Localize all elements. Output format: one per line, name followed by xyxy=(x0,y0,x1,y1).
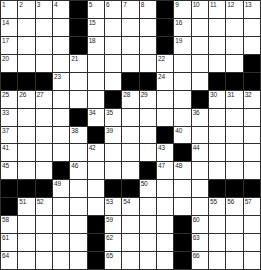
block-r15-c11 xyxy=(174,252,190,269)
cell-r12-c11[interactable] xyxy=(174,198,190,215)
cell-r13-c3[interactable] xyxy=(36,216,52,233)
cell-r15-c7[interactable]: 65 xyxy=(105,252,121,269)
clue-number: 22 xyxy=(158,55,165,63)
clue-number: 26 xyxy=(19,91,26,99)
cell-r2-c15[interactable] xyxy=(244,19,260,36)
clue-number: 4 xyxy=(54,1,57,9)
cell-r6-c15[interactable]: 32 xyxy=(244,91,260,108)
cell-r10-c15[interactable] xyxy=(244,162,260,179)
cell-r3-c6[interactable]: 18 xyxy=(88,37,104,54)
cell-r4-c12[interactable] xyxy=(192,55,208,72)
cell-r15-c15[interactable] xyxy=(244,252,260,269)
clue-number: 9 xyxy=(175,1,178,9)
clue-number: 30 xyxy=(210,91,217,99)
cell-r6-c13[interactable]: 30 xyxy=(209,91,225,108)
cell-r12-c15[interactable]: 57 xyxy=(244,198,260,215)
cell-r6-c6[interactable] xyxy=(88,91,104,108)
cell-r8-c1[interactable]: 37 xyxy=(1,127,17,144)
cell-r8-c7[interactable]: 39 xyxy=(105,127,121,144)
clue-number: 28 xyxy=(123,91,130,99)
cell-r6-c2[interactable]: 26 xyxy=(18,91,34,108)
cell-r4-c14[interactable] xyxy=(226,55,242,72)
cell-r2-c1[interactable]: 14 xyxy=(1,19,17,36)
block-r6-c12 xyxy=(192,91,208,108)
cell-r2-c13[interactable] xyxy=(209,19,225,36)
cell-r10-c5[interactable]: 46 xyxy=(70,162,86,179)
clue-number: 21 xyxy=(71,55,78,63)
clue-number: 34 xyxy=(89,109,96,117)
block-r2-c5 xyxy=(70,19,86,36)
cell-r4-c6[interactable] xyxy=(88,55,104,72)
cell-r14-c15[interactable] xyxy=(244,234,260,251)
block-r7-c5 xyxy=(70,109,86,126)
cell-r11-c12[interactable] xyxy=(192,180,208,197)
cell-r5-c10[interactable]: 24 xyxy=(157,73,173,90)
cell-r7-c8[interactable] xyxy=(122,109,138,126)
clue-number: 57 xyxy=(245,198,252,206)
cell-r3-c4[interactable] xyxy=(53,37,69,54)
cell-r13-c1[interactable]: 58 xyxy=(1,216,17,233)
cell-r8-c2[interactable] xyxy=(18,127,34,144)
cell-r6-c4[interactable] xyxy=(53,91,69,108)
cell-r15-c10[interactable] xyxy=(157,252,173,269)
clue-number: 58 xyxy=(2,216,9,224)
block-r11-c13 xyxy=(209,180,225,197)
clue-number: 23 xyxy=(54,73,61,81)
clue-number: 15 xyxy=(89,19,96,27)
cell-r13-c12[interactable]: 60 xyxy=(192,216,208,233)
cell-r9-c9[interactable] xyxy=(140,144,156,161)
clue-number: 29 xyxy=(141,91,148,99)
cell-r7-c13[interactable] xyxy=(209,109,225,126)
block-r6-c7 xyxy=(105,91,121,108)
clue-number: 17 xyxy=(2,37,9,45)
cell-r4-c5[interactable]: 21 xyxy=(70,55,86,72)
cell-r1-c8[interactable]: 7 xyxy=(122,1,138,18)
clue-number: 65 xyxy=(106,252,113,260)
cell-r11-c6[interactable] xyxy=(88,180,104,197)
cell-r7-c3[interactable] xyxy=(36,109,52,126)
cell-r9-c5[interactable] xyxy=(70,144,86,161)
cell-r15-c9[interactable] xyxy=(140,252,156,269)
cell-r1-c2[interactable]: 2 xyxy=(18,1,34,18)
cell-r7-c9[interactable] xyxy=(140,109,156,126)
cell-r6-c5[interactable] xyxy=(70,91,86,108)
cell-r9-c10[interactable]: 43 xyxy=(157,144,173,161)
clue-number: 33 xyxy=(2,109,9,117)
cell-r8-c12[interactable] xyxy=(192,127,208,144)
clue-number: 60 xyxy=(193,216,200,224)
cell-r13-c10[interactable] xyxy=(157,216,173,233)
clue-number: 12 xyxy=(227,1,234,9)
cell-r1-c15[interactable]: 13 xyxy=(244,1,260,18)
cell-r4-c9[interactable] xyxy=(140,55,156,72)
cell-r12-c8[interactable]: 54 xyxy=(122,198,138,215)
cell-r14-c1[interactable]: 61 xyxy=(1,234,17,251)
block-r3-c5 xyxy=(70,37,86,54)
cell-r12-c14[interactable]: 56 xyxy=(226,198,242,215)
cell-r14-c10[interactable] xyxy=(157,234,173,251)
cell-r13-c13[interactable] xyxy=(209,216,225,233)
cell-r7-c7[interactable]: 35 xyxy=(105,109,121,126)
cell-r8-c15[interactable] xyxy=(244,127,260,144)
block-r14-c6 xyxy=(88,234,104,251)
crossword-board: 1234567891011121314151617181920212223242… xyxy=(0,0,261,270)
clue-number: 43 xyxy=(158,144,165,152)
cell-r8-c5[interactable]: 38 xyxy=(70,127,86,144)
cell-r12-c2[interactable]: 51 xyxy=(18,198,34,215)
clue-number: 16 xyxy=(175,19,182,27)
cell-r13-c14[interactable] xyxy=(226,216,242,233)
cell-r10-c1[interactable]: 45 xyxy=(1,162,17,179)
clue-number: 27 xyxy=(37,91,44,99)
cell-r4-c1[interactable]: 20 xyxy=(1,55,17,72)
clue-number: 51 xyxy=(19,198,26,206)
clue-number: 40 xyxy=(175,127,182,135)
cell-r15-c4[interactable] xyxy=(53,252,69,269)
cell-r14-c9[interactable] xyxy=(140,234,156,251)
cell-r15-c3[interactable] xyxy=(36,252,52,269)
cell-r1-c11[interactable]: 9 xyxy=(174,1,190,18)
clue-number: 45 xyxy=(2,162,9,170)
cell-r12-c10[interactable] xyxy=(157,198,173,215)
cell-r15-c13[interactable] xyxy=(209,252,225,269)
clue-number: 11 xyxy=(210,1,216,9)
block-r5-c9 xyxy=(140,73,156,90)
block-r11-c2 xyxy=(18,180,34,197)
clue-number: 56 xyxy=(227,198,234,206)
block-r14-c11 xyxy=(174,234,190,251)
clue-number: 7 xyxy=(123,1,126,9)
cell-r11-c11[interactable] xyxy=(174,180,190,197)
clue-number: 44 xyxy=(193,144,200,152)
cell-r9-c15[interactable] xyxy=(244,144,260,161)
cell-r4-c8[interactable] xyxy=(122,55,138,72)
cell-r1-c3[interactable]: 3 xyxy=(36,1,52,18)
cell-r12-c12[interactable] xyxy=(192,198,208,215)
cell-r6-c1[interactable]: 25 xyxy=(1,91,17,108)
block-r5-c14 xyxy=(226,73,242,90)
clue-number: 1 xyxy=(2,1,5,9)
clue-number: 39 xyxy=(106,127,113,135)
cell-r12-c9[interactable] xyxy=(140,198,156,215)
cell-r1-c9[interactable]: 8 xyxy=(140,1,156,18)
cell-r2-c3[interactable] xyxy=(36,19,52,36)
cell-r12-c4[interactable] xyxy=(53,198,69,215)
clue-number: 36 xyxy=(193,109,200,117)
block-r9-c11 xyxy=(174,144,190,161)
cell-r3-c14[interactable] xyxy=(226,37,242,54)
clue-number: 61 xyxy=(2,234,9,242)
clue-number: 62 xyxy=(106,234,113,242)
cell-r7-c2[interactable] xyxy=(18,109,34,126)
cell-r10-c14[interactable] xyxy=(226,162,242,179)
cell-r15-c8[interactable] xyxy=(122,252,138,269)
cell-r9-c13[interactable] xyxy=(209,144,225,161)
cell-r1-c12[interactable]: 10 xyxy=(192,1,208,18)
cell-r3-c12[interactable] xyxy=(192,37,208,54)
cell-r3-c15[interactable] xyxy=(244,37,260,54)
clue-number: 47 xyxy=(158,162,165,170)
clue-number: 2 xyxy=(19,1,22,9)
clue-number: 31 xyxy=(227,91,234,99)
block-r11-c3 xyxy=(36,180,52,197)
block-r8-c10 xyxy=(157,127,173,144)
cell-r2-c7[interactable] xyxy=(105,19,121,36)
cell-r3-c9[interactable] xyxy=(140,37,156,54)
cell-r7-c4[interactable] xyxy=(53,109,69,126)
cell-r2-c6[interactable]: 15 xyxy=(88,19,104,36)
cell-r7-c6[interactable]: 34 xyxy=(88,109,104,126)
cell-r11-c5[interactable] xyxy=(70,180,86,197)
cell-r5-c6[interactable] xyxy=(88,73,104,90)
cell-r9-c12[interactable]: 44 xyxy=(192,144,208,161)
cell-r7-c12[interactable]: 36 xyxy=(192,109,208,126)
cell-r4-c10[interactable]: 22 xyxy=(157,55,173,72)
cell-r6-c11[interactable] xyxy=(174,91,190,108)
cell-r3-c7[interactable] xyxy=(105,37,121,54)
cell-r8-c3[interactable] xyxy=(36,127,52,144)
cell-r1-c4[interactable]: 4 xyxy=(53,1,69,18)
cell-r13-c8[interactable] xyxy=(122,216,138,233)
cell-r8-c11[interactable]: 40 xyxy=(174,127,190,144)
cell-r14-c14[interactable] xyxy=(226,234,242,251)
clue-number: 38 xyxy=(71,127,78,135)
cell-r13-c5[interactable] xyxy=(70,216,86,233)
cell-r6-c3[interactable]: 27 xyxy=(36,91,52,108)
clue-number: 32 xyxy=(245,91,252,99)
clue-number: 37 xyxy=(2,127,9,135)
cell-r1-c6[interactable]: 5 xyxy=(88,1,104,18)
clue-number: 18 xyxy=(89,37,96,45)
cell-r4-c3[interactable] xyxy=(36,55,52,72)
cell-r10-c11[interactable]: 48 xyxy=(174,162,190,179)
clue-number: 13 xyxy=(245,1,252,9)
clue-number: 54 xyxy=(123,198,130,206)
cell-r10-c8[interactable] xyxy=(122,162,138,179)
cell-r2-c2[interactable] xyxy=(18,19,34,36)
cell-r2-c8[interactable] xyxy=(122,19,138,36)
clue-number: 63 xyxy=(193,234,200,242)
block-r5-c8 xyxy=(122,73,138,90)
clue-number: 10 xyxy=(193,1,200,9)
block-r10-c4 xyxy=(53,162,69,179)
cell-r7-c15[interactable] xyxy=(244,109,260,126)
cell-r13-c15[interactable] xyxy=(244,216,260,233)
cell-r9-c7[interactable] xyxy=(105,144,121,161)
cell-r14-c13[interactable] xyxy=(209,234,225,251)
cell-r9-c4[interactable] xyxy=(53,144,69,161)
cell-r2-c9[interactable] xyxy=(140,19,156,36)
cell-r3-c3[interactable] xyxy=(36,37,52,54)
cell-r11-c4[interactable]: 49 xyxy=(53,180,69,197)
cell-r10-c2[interactable] xyxy=(18,162,34,179)
cell-r7-c10[interactable] xyxy=(157,109,173,126)
cell-r10-c3[interactable] xyxy=(36,162,52,179)
clue-number: 55 xyxy=(210,198,217,206)
cell-r8-c13[interactable] xyxy=(209,127,225,144)
block-r5-c2 xyxy=(18,73,34,90)
cell-r15-c1[interactable]: 64 xyxy=(1,252,17,269)
clue-number: 46 xyxy=(71,162,78,170)
cell-r9-c3[interactable] xyxy=(36,144,52,161)
block-r11-c14 xyxy=(226,180,242,197)
block-r1-c10 xyxy=(157,1,173,18)
clue-number: 48 xyxy=(175,162,182,170)
cell-r7-c14[interactable] xyxy=(226,109,242,126)
cell-r8-c4[interactable] xyxy=(53,127,69,144)
cell-r3-c1[interactable]: 17 xyxy=(1,37,17,54)
block-r4-c15 xyxy=(244,55,260,72)
block-r3-c10 xyxy=(157,37,173,54)
block-r11-c1 xyxy=(1,180,17,197)
clue-number: 20 xyxy=(2,55,9,63)
cell-r10-c10[interactable]: 47 xyxy=(157,162,173,179)
block-r2-c10 xyxy=(157,19,173,36)
cell-r14-c7[interactable]: 62 xyxy=(105,234,121,251)
cell-r2-c11[interactable]: 16 xyxy=(174,19,190,36)
cell-r10-c13[interactable] xyxy=(209,162,225,179)
cell-r12-c7[interactable]: 53 xyxy=(105,198,121,215)
cell-r15-c12[interactable]: 66 xyxy=(192,252,208,269)
cell-r3-c11[interactable]: 19 xyxy=(174,37,190,54)
cell-r4-c2[interactable] xyxy=(18,55,34,72)
cell-r13-c4[interactable] xyxy=(53,216,69,233)
cell-r1-c1[interactable]: 1 xyxy=(1,1,17,18)
cell-r2-c12[interactable] xyxy=(192,19,208,36)
cell-r11-c10[interactable] xyxy=(157,180,173,197)
cell-r6-c9[interactable]: 29 xyxy=(140,91,156,108)
cell-r5-c5[interactable] xyxy=(70,73,86,90)
cell-r3-c2[interactable] xyxy=(18,37,34,54)
cell-r10-c7[interactable] xyxy=(105,162,121,179)
cell-r12-c3[interactable]: 52 xyxy=(36,198,52,215)
cell-r10-c6[interactable] xyxy=(88,162,104,179)
cell-r3-c8[interactable] xyxy=(122,37,138,54)
clue-number: 49 xyxy=(54,180,61,188)
cell-r15-c5[interactable] xyxy=(70,252,86,269)
cell-r4-c13[interactable] xyxy=(209,55,225,72)
cell-r13-c7[interactable]: 59 xyxy=(105,216,121,233)
clue-number: 64 xyxy=(2,252,9,260)
cell-r14-c12[interactable]: 63 xyxy=(192,234,208,251)
block-r11-c7 xyxy=(105,180,121,197)
block-r11-c8 xyxy=(122,180,138,197)
clue-number: 41 xyxy=(2,144,9,152)
clue-number: 3 xyxy=(37,1,40,9)
cell-r8-c8[interactable] xyxy=(122,127,138,144)
clue-number: 59 xyxy=(106,216,113,224)
clue-number: 8 xyxy=(141,1,144,9)
block-r13-c11 xyxy=(174,216,190,233)
block-r5-c15 xyxy=(244,73,260,90)
clue-number: 25 xyxy=(2,91,9,99)
clue-number: 50 xyxy=(141,180,148,188)
cell-r4-c4[interactable] xyxy=(53,55,69,72)
cell-r14-c5[interactable] xyxy=(70,234,86,251)
clue-number: 6 xyxy=(106,1,109,9)
clue-number: 53 xyxy=(106,198,113,206)
cell-r9-c1[interactable]: 41 xyxy=(1,144,17,161)
cell-r5-c4[interactable]: 23 xyxy=(53,73,69,90)
clue-number: 52 xyxy=(37,198,44,206)
block-r8-c6 xyxy=(88,127,104,144)
block-r5-c13 xyxy=(209,73,225,90)
block-r13-c6 xyxy=(88,216,104,233)
cell-r13-c2[interactable] xyxy=(18,216,34,233)
cell-r9-c6[interactable]: 42 xyxy=(88,144,104,161)
clue-number: 35 xyxy=(106,109,113,117)
block-r5-c3 xyxy=(36,73,52,90)
cell-r5-c7[interactable] xyxy=(105,73,121,90)
cell-r14-c4[interactable] xyxy=(53,234,69,251)
cell-r3-c13[interactable] xyxy=(209,37,225,54)
cell-r7-c11[interactable] xyxy=(174,109,190,126)
cell-r7-c1[interactable]: 33 xyxy=(1,109,17,126)
cell-r6-c14[interactable]: 31 xyxy=(226,91,242,108)
cell-r12-c13[interactable]: 55 xyxy=(209,198,225,215)
block-r15-c6 xyxy=(88,252,104,269)
cell-r2-c14[interactable] xyxy=(226,19,242,36)
cell-r4-c7[interactable] xyxy=(105,55,121,72)
cell-r14-c3[interactable] xyxy=(36,234,52,251)
cell-r6-c8[interactable]: 28 xyxy=(122,91,138,108)
cell-r8-c14[interactable] xyxy=(226,127,242,144)
cell-r6-c10[interactable] xyxy=(157,91,173,108)
block-r10-c9 xyxy=(140,162,156,179)
cell-r14-c8[interactable] xyxy=(122,234,138,251)
clue-number: 66 xyxy=(193,252,200,260)
block-r11-c15 xyxy=(244,180,260,197)
cell-r9-c14[interactable] xyxy=(226,144,242,161)
cell-r15-c2[interactable] xyxy=(18,252,34,269)
cell-r2-c4[interactable] xyxy=(53,19,69,36)
cell-r15-c14[interactable] xyxy=(226,252,242,269)
cell-r5-c12[interactable] xyxy=(192,73,208,90)
clue-number: 24 xyxy=(158,73,165,81)
cell-r1-c14[interactable]: 12 xyxy=(226,1,242,18)
cell-r11-c9[interactable]: 50 xyxy=(140,180,156,197)
cell-r9-c8[interactable] xyxy=(122,144,138,161)
cell-r13-c9[interactable] xyxy=(140,216,156,233)
cell-r12-c6[interactable] xyxy=(88,198,104,215)
block-r1-c5 xyxy=(70,1,86,18)
block-r12-c1 xyxy=(1,198,17,215)
clue-number: 19 xyxy=(175,37,182,45)
cell-r5-c11[interactable] xyxy=(174,73,190,90)
cell-r1-c13[interactable]: 11 xyxy=(209,1,225,18)
block-r5-c1 xyxy=(1,73,17,90)
cell-r10-c12[interactable] xyxy=(192,162,208,179)
cell-r1-c7[interactable]: 6 xyxy=(105,1,121,18)
clue-number: 14 xyxy=(2,19,9,27)
clue-number: 42 xyxy=(89,144,96,152)
cell-r12-c5[interactable] xyxy=(70,198,86,215)
clue-number: 5 xyxy=(89,1,92,9)
cell-r14-c2[interactable] xyxy=(18,234,34,251)
cell-r9-c2[interactable] xyxy=(18,144,34,161)
cell-r8-c9[interactable] xyxy=(140,127,156,144)
cell-r4-c11[interactable] xyxy=(174,55,190,72)
